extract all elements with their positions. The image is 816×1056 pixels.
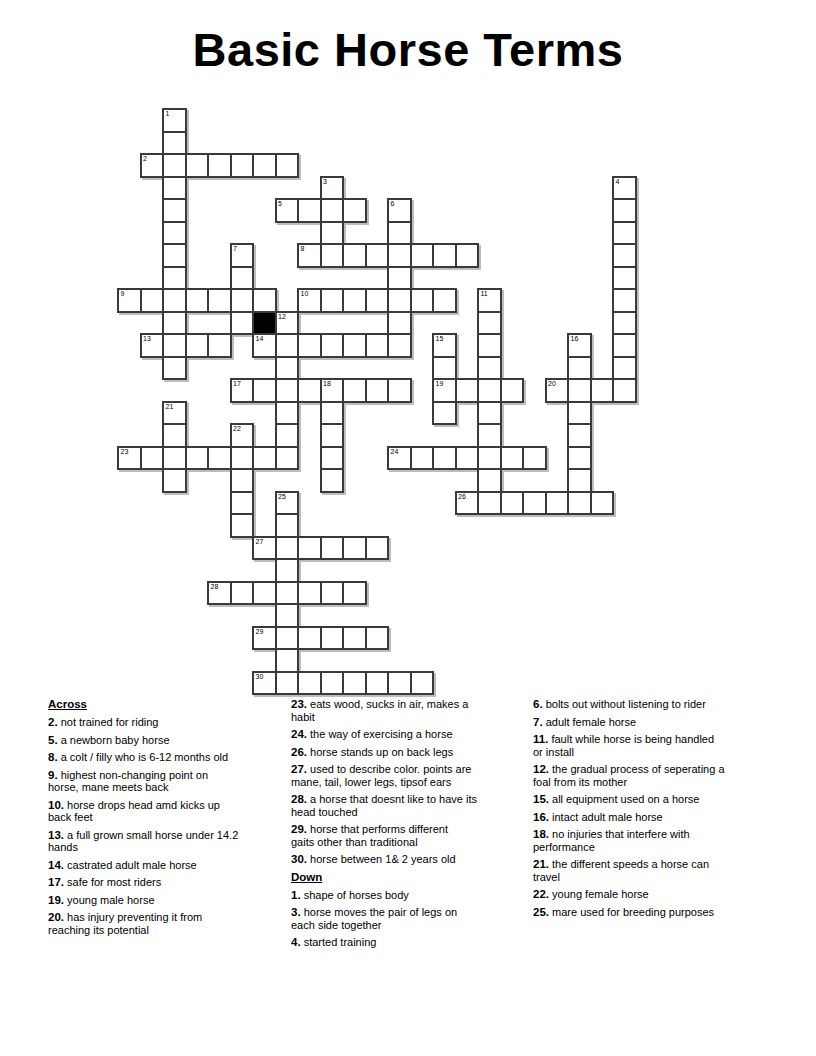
grid-cell-r25c13[interactable] [410, 671, 435, 696]
clue-text: young male horse [64, 894, 155, 906]
grid-cell-r3c22[interactable]: 4 [612, 176, 637, 201]
clue-number: 6. [533, 698, 543, 710]
grid-cell-r13c2[interactable]: 21 [162, 401, 187, 426]
grid-cell-r17c15[interactable]: 26 [455, 491, 480, 516]
grid-cell-r16c5[interactable] [230, 468, 255, 493]
grid-cell-r17c21[interactable] [590, 491, 615, 516]
grid-cell-r11c7[interactable] [275, 356, 300, 381]
clue-a2: 2. not trained for riding [48, 716, 286, 729]
clue-d16: 16. intact adult male horse [533, 811, 771, 824]
grid-cell-r21c9[interactable] [320, 581, 345, 606]
clue-d1: 1. shape of horses body [291, 889, 529, 902]
grid-cell-r9c7[interactable]: 12 [275, 311, 300, 336]
grid-cell-r12c10[interactable] [342, 378, 367, 403]
grid-cell-r10c7[interactable] [275, 333, 300, 358]
grid-cell-r4c7[interactable]: 5 [275, 198, 300, 223]
clue-number: 23. [291, 698, 307, 710]
crossword-worksheet: Basic Horse Terms 1234567891011121314151… [0, 0, 816, 1056]
grid-cell-r18c5[interactable] [230, 513, 255, 538]
cell-number-10: 10 [301, 289, 309, 298]
clue-number: 3. [291, 906, 301, 918]
grid-cell-r24c7[interactable] [275, 648, 300, 673]
grid-cell-r20c7[interactable] [275, 558, 300, 583]
grid-cell-r13c14[interactable] [432, 401, 457, 426]
grid-cell-r17c17[interactable] [500, 491, 525, 516]
grid-cell-r2c4[interactable] [207, 153, 232, 178]
grid-cell-r8c2[interactable] [162, 288, 187, 313]
grid-cell-r2c5[interactable] [230, 153, 255, 178]
grid-cell-r11c2[interactable] [162, 356, 187, 381]
grid-cell-r17c5[interactable] [230, 491, 255, 516]
clue-number: 8. [48, 751, 58, 763]
clue-d15: 15. all equipment used on a horse [533, 793, 771, 806]
clue-column-1: Across2. not trained for riding5. a newb… [48, 698, 286, 941]
grid-cell-r8c4[interactable] [207, 288, 232, 313]
clue-text: horse stands up on back legs [307, 746, 453, 758]
grid-cell-r5c9[interactable] [320, 221, 345, 246]
grid-cell-r5c22[interactable] [612, 221, 637, 246]
cell-number-5: 5 [278, 199, 282, 208]
grid-cell-r21c8[interactable] [297, 581, 322, 606]
grid-cell-r15c5[interactable] [230, 446, 255, 471]
grid-cell-r25c11[interactable] [365, 671, 390, 696]
grid-cell-r12c20[interactable] [567, 378, 592, 403]
cell-number-14: 14 [256, 334, 264, 343]
black-cell [252, 311, 277, 336]
grid-cell-r10c6[interactable]: 14 [252, 333, 277, 358]
clue-number: 1. [291, 889, 301, 901]
clue-number: 16. [533, 811, 549, 823]
grid-cell-r12c6[interactable] [252, 378, 277, 403]
grid-cell-r2c1[interactable]: 2 [140, 153, 165, 178]
clue-a24: 24. the way of exercising a horse [291, 728, 529, 741]
grid-cell-r4c12[interactable]: 6 [387, 198, 412, 223]
grid-cell-r19c9[interactable] [320, 536, 345, 561]
grid-cell-r17c18[interactable] [522, 491, 547, 516]
grid-cell-r4c9[interactable] [320, 198, 345, 223]
clue-number: 10. [48, 799, 64, 811]
clue-number: 20. [48, 911, 64, 923]
grid-cell-r6c14[interactable] [432, 243, 457, 268]
cell-number-25: 25 [278, 492, 286, 501]
clue-a13: 13. a full grown small horse under 14.2 … [48, 829, 286, 854]
grid-cell-r8c9[interactable] [320, 288, 345, 313]
grid-cell-r10c11[interactable] [365, 333, 390, 358]
grid-cell-r16c9[interactable] [320, 468, 345, 493]
clue-text: highest non-changing point on horse, man… [48, 769, 208, 794]
grid-cell-r23c9[interactable] [320, 626, 345, 651]
clue-number: 30. [291, 853, 307, 865]
grid-cell-r13c9[interactable] [320, 401, 345, 426]
grid-cell-r25c8[interactable] [297, 671, 322, 696]
grid-cell-r3c9[interactable]: 3 [320, 176, 345, 201]
grid-cell-r14c7[interactable] [275, 423, 300, 448]
clue-text: the different speeds a horse can travel [533, 858, 709, 883]
clue-number: 18. [533, 828, 549, 840]
clue-d3: 3. horse moves the pair of legs on each … [291, 906, 529, 931]
grid-cell-r13c7[interactable] [275, 401, 300, 426]
grid-cell-r8c22[interactable] [612, 288, 637, 313]
grid-cell-r16c20[interactable] [567, 468, 592, 493]
clue-d25: 25. mare used for breeding purposes [533, 906, 771, 919]
clue-d11: 11. fault while horse is being handled o… [533, 733, 771, 758]
clue-text: shape of horses body [301, 889, 409, 901]
grid-cell-r21c10[interactable] [342, 581, 367, 606]
clue-text: has injury preventing it from reaching i… [48, 911, 202, 936]
clue-text: the way of exercising a horse [307, 728, 453, 740]
grid-cell-r11c14[interactable] [432, 356, 457, 381]
grid-cell-r23c6[interactable]: 29 [252, 626, 277, 651]
grid-cell-r0c2[interactable]: 1 [162, 108, 187, 133]
grid-cell-r12c8[interactable] [297, 378, 322, 403]
grid-cell-r25c9[interactable] [320, 671, 345, 696]
grid-cell-r19c6[interactable]: 27 [252, 536, 277, 561]
grid-cell-r11c16[interactable] [477, 356, 502, 381]
clue-text: eats wood, sucks in air, makes a habit [291, 698, 468, 723]
grid-cell-r6c15[interactable] [455, 243, 480, 268]
grid-cell-r15c17[interactable] [500, 446, 525, 471]
grid-cell-r23c7[interactable] [275, 626, 300, 651]
cell-number-24: 24 [391, 447, 399, 456]
clue-text: mare used for breeding purposes [549, 906, 714, 918]
clue-number: 4. [291, 936, 301, 948]
grid-cell-r14c16[interactable] [477, 423, 502, 448]
clue-a8: 8. a colt / filly who is 6-12 months old [48, 751, 286, 764]
down-heading: Down [291, 871, 529, 883]
clue-number: 22. [533, 888, 549, 900]
grid-cell-r16c2[interactable] [162, 468, 187, 493]
grid-cell-r9c12[interactable] [387, 311, 412, 336]
clue-text: safe for most riders [64, 876, 161, 888]
clue-number: 19. [48, 894, 64, 906]
clue-a29: 29. horse that performs different gaits … [291, 823, 529, 848]
grid-cell-r21c5[interactable] [230, 581, 255, 606]
grid-cell-r15c15[interactable] [455, 446, 480, 471]
clue-number: 25. [533, 906, 549, 918]
cell-number-22: 22 [233, 424, 241, 433]
grid-cell-r7c5[interactable] [230, 266, 255, 291]
grid-cell-r14c2[interactable] [162, 423, 187, 448]
clue-a20: 20. has injury preventing it from reachi… [48, 911, 286, 936]
clue-a27: 27. used to describe color. points are m… [291, 763, 529, 788]
grid-cell-r13c20[interactable] [567, 401, 592, 426]
grid-cell-r15c2[interactable] [162, 446, 187, 471]
clue-text: horse moves the pair of legs on each sid… [291, 906, 457, 931]
grid-cell-r21c7[interactable] [275, 581, 300, 606]
across-heading: Across [48, 698, 286, 710]
clue-number: 21. [533, 858, 549, 870]
cell-number-16: 16 [571, 334, 579, 343]
cell-number-2: 2 [143, 154, 147, 163]
cell-number-15: 15 [436, 334, 444, 343]
grid-cell-r25c7[interactable] [275, 671, 300, 696]
grid-cell-r10c8[interactable] [297, 333, 322, 358]
grid-cell-r17c20[interactable] [567, 491, 592, 516]
grid-cell-r14c9[interactable] [320, 423, 345, 448]
grid-cell-r14c5[interactable]: 22 [230, 423, 255, 448]
clue-text: adult female horse [543, 716, 637, 728]
clue-number: 5. [48, 734, 58, 746]
clue-text: a colt / filly who is 6-12 months old [58, 751, 229, 763]
grid-cell-r15c1[interactable] [140, 446, 165, 471]
puzzle-title: Basic Horse Terms [0, 22, 816, 77]
grid-cell-r2c6[interactable] [252, 153, 277, 178]
clue-number: 17. [48, 876, 64, 888]
grid-cell-r8c5[interactable] [230, 288, 255, 313]
grid-cell-r17c19[interactable] [545, 491, 570, 516]
grid-cell-r6c22[interactable] [612, 243, 637, 268]
grid-cell-r9c2[interactable] [162, 311, 187, 336]
grid-cell-r25c10[interactable] [342, 671, 367, 696]
clue-number: 11. [533, 733, 548, 745]
clue-text: horse that performs different gaits othe… [291, 823, 448, 848]
clue-text: bolts out without listening to rider [543, 698, 706, 710]
grid-cell-r4c8[interactable] [297, 198, 322, 223]
grid-cell-r12c14[interactable]: 19 [432, 378, 457, 403]
clue-a17: 17. safe for most riders [48, 876, 286, 889]
clue-text: not trained for riding [58, 716, 159, 728]
grid-cell-r9c5[interactable] [230, 311, 255, 336]
grid-cell-r19c7[interactable] [275, 536, 300, 561]
cell-number-13: 13 [143, 334, 151, 343]
grid-cell-r10c22[interactable] [612, 333, 637, 358]
clue-number: 12. [533, 763, 549, 775]
grid-cell-r6c2[interactable] [162, 243, 187, 268]
grid-cell-r7c12[interactable] [387, 266, 412, 291]
clue-d12: 12. the gradual process of seperating a … [533, 763, 771, 788]
cell-number-6: 6 [391, 199, 395, 208]
clue-a30: 30. horse between 1& 2 years old [291, 853, 529, 866]
grid-cell-r7c2[interactable] [162, 266, 187, 291]
cell-number-20: 20 [548, 379, 556, 388]
clue-a28: 28. a horse that doesnt like to have its… [291, 793, 529, 818]
grid-cell-r8c13[interactable] [410, 288, 435, 313]
clue-text: horse drops head amd kicks up back feet [48, 799, 220, 824]
clue-number: 7. [533, 716, 543, 728]
grid-cell-r10c3[interactable] [185, 333, 210, 358]
grid-cell-r1c2[interactable] [162, 131, 187, 156]
clue-number: 29. [291, 823, 307, 835]
grid-cell-r19c11[interactable] [365, 536, 390, 561]
grid-cell-r12c16[interactable] [477, 378, 502, 403]
grid-cell-r12c21[interactable] [590, 378, 615, 403]
grid-cell-r5c12[interactable] [387, 221, 412, 246]
clue-number: 13. [48, 829, 64, 841]
grid-cell-r11c20[interactable] [567, 356, 592, 381]
clue-a14: 14. castrated adult male horse [48, 859, 286, 872]
grid-cell-r4c2[interactable] [162, 198, 187, 223]
grid-cell-r3c2[interactable] [162, 176, 187, 201]
grid-cell-r25c6[interactable]: 30 [252, 671, 277, 696]
grid-cell-r10c1[interactable]: 13 [140, 333, 165, 358]
clue-text: started training [301, 936, 377, 948]
grid-cell-r8c10[interactable] [342, 288, 367, 313]
clue-number: 2. [48, 716, 58, 728]
grid-cell-r5c2[interactable] [162, 221, 187, 246]
grid-cell-r15c18[interactable] [522, 446, 547, 471]
grid-cell-r23c11[interactable] [365, 626, 390, 651]
clue-text: no injuries that interfere with performa… [533, 828, 690, 853]
clue-d21: 21. the different speeds a horse can tra… [533, 858, 771, 883]
clue-d6: 6. bolts out without listening to rider [533, 698, 771, 711]
grid-cell-r23c10[interactable] [342, 626, 367, 651]
clue-d7: 7. adult female horse [533, 716, 771, 729]
grid-cell-r6c9[interactable] [320, 243, 345, 268]
clue-text: horse between 1& 2 years old [307, 853, 456, 865]
clue-text: the gradual process of seperating a foal… [533, 763, 725, 788]
clue-number: 24. [291, 728, 307, 740]
clue-a9: 9. highest non-changing point on horse, … [48, 769, 286, 794]
grid-cell-r15c7[interactable] [275, 446, 300, 471]
grid-cell-r8c0[interactable]: 9 [117, 288, 142, 313]
clue-text: a newborn baby horse [58, 734, 170, 746]
clue-text: fault while horse is being handled or in… [533, 733, 714, 758]
clue-a23: 23. eats wood, sucks in air, makes a hab… [291, 698, 529, 723]
grid-cell-r12c22[interactable] [612, 378, 637, 403]
cell-number-11: 11 [481, 289, 488, 298]
grid-cell-r12c12[interactable] [387, 378, 412, 403]
grid-cell-r15c13[interactable] [410, 446, 435, 471]
cell-number-23: 23 [121, 447, 129, 456]
grid-cell-r9c22[interactable] [612, 311, 637, 336]
clue-number: 27. [291, 763, 307, 775]
grid-cell-r2c7[interactable] [275, 153, 300, 178]
cell-number-21: 21 [166, 402, 174, 411]
cell-number-3: 3 [323, 177, 327, 186]
grid-cell-r17c7[interactable]: 25 [275, 491, 300, 516]
cell-number-18: 18 [323, 379, 331, 388]
clue-text: castrated adult male horse [64, 859, 197, 871]
grid-cell-r8c6[interactable] [252, 288, 277, 313]
clue-a10: 10. horse drops head amd kicks up back f… [48, 799, 286, 824]
grid-cell-r15c4[interactable] [207, 446, 232, 471]
grid-cell-r8c16[interactable]: 11 [477, 288, 502, 313]
grid-cell-r15c16[interactable] [477, 446, 502, 471]
grid-cell-r8c3[interactable] [185, 288, 210, 313]
cell-number-9: 9 [121, 289, 125, 298]
clue-text: young female horse [549, 888, 649, 900]
grid-cell-r7c22[interactable] [612, 266, 637, 291]
cell-number-8: 8 [301, 244, 305, 253]
grid-cell-r25c12[interactable] [387, 671, 412, 696]
cell-number-7: 7 [233, 244, 237, 253]
grid-cell-r15c14[interactable] [432, 446, 457, 471]
clue-text: all equipment used on a horse [549, 793, 699, 805]
grid-cell-r10c20[interactable]: 16 [567, 333, 592, 358]
grid-cell-r12c17[interactable] [500, 378, 525, 403]
grid-cell-r21c4[interactable]: 28 [207, 581, 232, 606]
grid-cell-r8c8[interactable]: 10 [297, 288, 322, 313]
clue-text: a full grown small horse under 14.2 hand… [48, 829, 238, 854]
clue-column-2: 23. eats wood, sucks in air, makes a hab… [291, 698, 529, 954]
crossword-grid: 1234567891011121314151617181920212223242… [117, 108, 635, 694]
clue-d4: 4. started training [291, 936, 529, 949]
grid-cell-r12c15[interactable] [455, 378, 480, 403]
clue-number: 15. [533, 793, 549, 805]
grid-cell-r15c6[interactable] [252, 446, 277, 471]
cell-number-4: 4 [616, 177, 620, 186]
grid-cell-r8c12[interactable] [387, 288, 412, 313]
grid-cell-r15c20[interactable] [567, 446, 592, 471]
clue-text: used to describe color. points are mane,… [291, 763, 471, 788]
grid-cell-r12c7[interactable] [275, 378, 300, 403]
grid-cell-r10c10[interactable] [342, 333, 367, 358]
grid-cell-r4c10[interactable] [342, 198, 367, 223]
grid-cell-r12c19[interactable]: 20 [545, 378, 570, 403]
grid-cell-r4c22[interactable] [612, 198, 637, 223]
grid-cell-r12c5[interactable]: 17 [230, 378, 255, 403]
clue-a19: 19. young male horse [48, 894, 286, 907]
grid-cell-r10c4[interactable] [207, 333, 232, 358]
clue-text: intact adult male horse [549, 811, 663, 823]
grid-cell-r14c20[interactable] [567, 423, 592, 448]
cell-number-28: 28 [211, 582, 219, 591]
clue-number: 26. [291, 746, 307, 758]
grid-cell-r10c14[interactable]: 15 [432, 333, 457, 358]
cell-number-1: 1 [166, 109, 170, 118]
grid-cell-r2c2[interactable] [162, 153, 187, 178]
grid-cell-r8c11[interactable] [365, 288, 390, 313]
cell-number-30: 30 [256, 672, 264, 681]
cell-number-29: 29 [256, 627, 264, 636]
grid-cell-r12c11[interactable] [365, 378, 390, 403]
grid-cell-r22c7[interactable] [275, 603, 300, 628]
grid-cell-r15c9[interactable] [320, 446, 345, 471]
clue-text: a horse that doesnt like to have its hea… [291, 793, 477, 818]
grid-cell-r19c10[interactable] [342, 536, 367, 561]
grid-cell-r6c12[interactable] [387, 243, 412, 268]
cell-number-12: 12 [278, 312, 286, 321]
grid-cell-r23c8[interactable] [297, 626, 322, 651]
grid-cell-r2c3[interactable] [185, 153, 210, 178]
grid-cell-r10c16[interactable] [477, 333, 502, 358]
grid-cell-r6c13[interactable] [410, 243, 435, 268]
grid-cell-r8c1[interactable] [140, 288, 165, 313]
grid-cell-r6c8[interactable]: 8 [297, 243, 322, 268]
grid-cell-r10c9[interactable] [320, 333, 345, 358]
grid-cell-r21c6[interactable] [252, 581, 277, 606]
grid-cell-r13c16[interactable] [477, 401, 502, 426]
clue-d22: 22. young female horse [533, 888, 771, 901]
grid-cell-r9c16[interactable] [477, 311, 502, 336]
grid-cell-r6c10[interactable] [342, 243, 367, 268]
grid-cell-r10c2[interactable] [162, 333, 187, 358]
grid-cell-r17c16[interactable] [477, 491, 502, 516]
grid-cell-r10c12[interactable] [387, 333, 412, 358]
grid-cell-r12c9[interactable]: 18 [320, 378, 345, 403]
grid-cell-r19c8[interactable] [297, 536, 322, 561]
cell-number-17: 17 [233, 379, 241, 388]
grid-cell-r15c12[interactable]: 24 [387, 446, 412, 471]
cell-number-19: 19 [436, 379, 444, 388]
grid-cell-r6c11[interactable] [365, 243, 390, 268]
grid-cell-r16c16[interactable] [477, 468, 502, 493]
clue-a26: 26. horse stands up on back legs [291, 746, 529, 759]
grid-cell-r15c3[interactable] [185, 446, 210, 471]
clue-number: 28. [291, 793, 307, 805]
clue-column-3: 6. bolts out without listening to rider7… [533, 698, 771, 923]
cell-number-27: 27 [256, 537, 264, 546]
clue-number: 9. [48, 769, 58, 781]
grid-cell-r6c5[interactable]: 7 [230, 243, 255, 268]
clue-d18: 18. no injuries that interfere with perf… [533, 828, 771, 853]
grid-cell-r15c0[interactable]: 23 [117, 446, 142, 471]
clue-number: 14. [48, 859, 64, 871]
grid-cell-r11c22[interactable] [612, 356, 637, 381]
cell-number-26: 26 [458, 492, 466, 501]
grid-cell-r8c14[interactable] [432, 288, 457, 313]
grid-cell-r18c7[interactable] [275, 513, 300, 538]
